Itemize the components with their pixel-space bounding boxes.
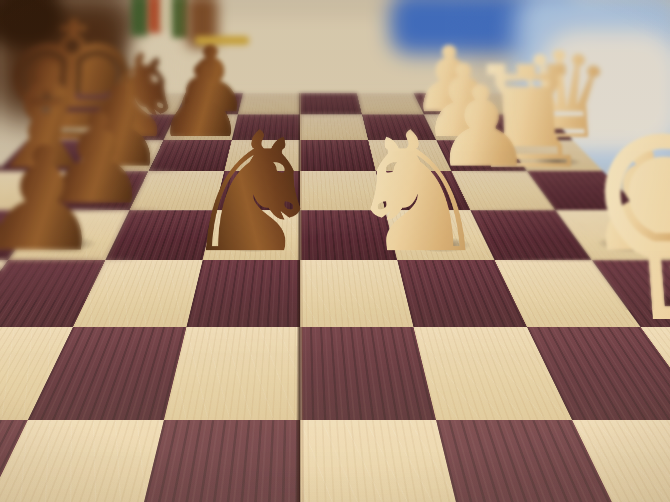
square-e3	[300, 260, 414, 327]
square-b3	[0, 260, 105, 327]
square-c2	[28, 327, 187, 420]
square-d2	[164, 327, 300, 420]
board: ♟♟♚♞♟♟♛♝♟♟♜♟♟♞♞♟♚	[0, 93, 670, 502]
square-h3: ♚	[592, 260, 670, 327]
square-f2	[414, 327, 573, 420]
square-g1	[572, 420, 670, 502]
board-perspective-wrapper: ♟♟♚♞♟♟♛♝♟♟♜♟♟♞♞♟♚	[0, 0, 670, 502]
square-e2	[300, 327, 436, 420]
square-f4: ♞	[385, 210, 494, 260]
square-c1	[0, 420, 164, 502]
chess-photo-scene: ♟♟♚♞♟♟♛♝♟♟♜♟♟♞♞♟♚	[0, 0, 670, 502]
square-d4: ♞	[203, 210, 300, 260]
square-d3	[186, 260, 300, 327]
